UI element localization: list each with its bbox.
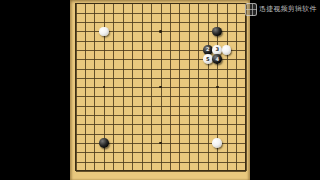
- stone-d4-black[interactable]: [99, 138, 109, 148]
- stone-move-number: 3: [215, 47, 219, 52]
- go-board[interactable]: 2354: [70, 0, 250, 180]
- stone-move-number: 2: [206, 47, 210, 52]
- stone-d16-white[interactable]: [99, 27, 109, 37]
- star-point: [159, 30, 162, 33]
- watermark-text: 迅捷视频剪辑软件: [259, 6, 317, 13]
- stone-r14-white[interactable]: [222, 45, 232, 55]
- star-point: [159, 142, 162, 145]
- stone-q4-white[interactable]: [212, 138, 222, 148]
- watermark: 迅捷视频剪辑软件: [245, 1, 320, 17]
- stone-move-number: 5: [206, 57, 210, 62]
- stone-q13-black[interactable]: 4: [212, 54, 222, 64]
- stone-q16-black[interactable]: [212, 27, 222, 37]
- watermark-logo-icon: [245, 3, 257, 16]
- stone-move-number: 4: [215, 57, 219, 62]
- video-frame: 2354 迅捷视频剪辑软件: [0, 0, 320, 180]
- stone-p13-white[interactable]: 5: [203, 54, 213, 64]
- stone-q14-white[interactable]: 3: [212, 45, 222, 55]
- stone-p14-black[interactable]: 2: [203, 45, 213, 55]
